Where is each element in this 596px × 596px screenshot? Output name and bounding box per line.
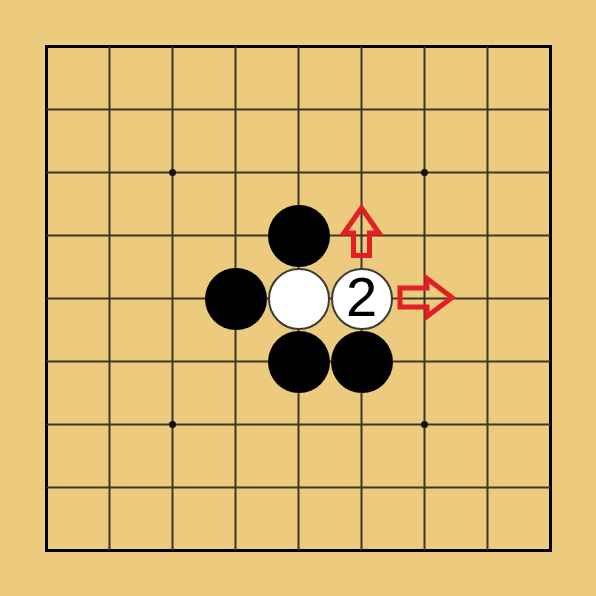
intersection-c6-r8[interactable] (393, 519, 456, 582)
intersection-c0-r2[interactable] (15, 141, 78, 204)
intersection-c6-r6[interactable] (393, 393, 456, 456)
stone-black (268, 205, 330, 267)
intersection-c2-r5[interactable] (141, 330, 204, 393)
intersection-c0-r6[interactable] (15, 393, 78, 456)
intersection-c7-r5[interactable] (456, 330, 519, 393)
intersection-c1-r7[interactable] (78, 456, 141, 519)
intersection-c5-r7[interactable] (330, 456, 393, 519)
intersection-c3-r3[interactable] (204, 204, 267, 267)
intersection-c8-r4[interactable] (519, 267, 582, 330)
stone-black (331, 331, 393, 393)
intersection-c0-r7[interactable] (15, 456, 78, 519)
intersection-c8-r6[interactable] (519, 393, 582, 456)
intersection-c1-r0[interactable] (78, 15, 141, 78)
go-board[interactable]: 2 (15, 15, 582, 582)
intersection-c5-r1[interactable] (330, 78, 393, 141)
intersection-c2-r4[interactable] (141, 267, 204, 330)
intersection-c2-r1[interactable] (141, 78, 204, 141)
intersection-c5-r8[interactable] (330, 519, 393, 582)
intersection-c8-r7[interactable] (519, 456, 582, 519)
intersection-c8-r5[interactable] (519, 330, 582, 393)
intersection-c0-r5[interactable] (15, 330, 78, 393)
stone-white-2: 2 (331, 268, 393, 330)
intersection-c1-r2[interactable] (78, 141, 141, 204)
intersection-c6-r1[interactable] (393, 78, 456, 141)
intersection-c6-r4[interactable] (393, 267, 456, 330)
intersection-c0-r3[interactable] (15, 204, 78, 267)
stone-black (268, 331, 330, 393)
intersection-c4-r2[interactable] (267, 141, 330, 204)
intersection-c4-r3[interactable] (267, 204, 330, 267)
intersection-c3-r4[interactable] (204, 267, 267, 330)
intersection-c2-r2[interactable] (141, 141, 204, 204)
intersection-c2-r6[interactable] (141, 393, 204, 456)
intersection-c0-r1[interactable] (15, 78, 78, 141)
intersection-c7-r1[interactable] (456, 78, 519, 141)
intersection-c1-r5[interactable] (78, 330, 141, 393)
intersection-c0-r8[interactable] (15, 519, 78, 582)
stone-white (268, 268, 330, 330)
intersection-c7-r7[interactable] (456, 456, 519, 519)
intersection-c2-r3[interactable] (141, 204, 204, 267)
intersection-c0-r0[interactable] (15, 15, 78, 78)
intersection-c8-r8[interactable] (519, 519, 582, 582)
intersection-c1-r4[interactable] (78, 267, 141, 330)
intersection-c3-r6[interactable] (204, 393, 267, 456)
move-number-label: 2 (346, 269, 377, 325)
intersection-c6-r2[interactable] (393, 141, 456, 204)
intersection-c7-r0[interactable] (456, 15, 519, 78)
stone-black (205, 268, 267, 330)
intersection-c4-r0[interactable] (267, 15, 330, 78)
intersection-c3-r7[interactable] (204, 456, 267, 519)
intersection-c6-r3[interactable] (393, 204, 456, 267)
intersection-c7-r4[interactable] (456, 267, 519, 330)
intersection-c2-r8[interactable] (141, 519, 204, 582)
intersection-c6-r0[interactable] (393, 15, 456, 78)
intersection-c3-r5[interactable] (204, 330, 267, 393)
intersection-c5-r0[interactable] (330, 15, 393, 78)
intersection-c2-r0[interactable] (141, 15, 204, 78)
intersection-c3-r0[interactable] (204, 15, 267, 78)
intersection-c3-r2[interactable] (204, 141, 267, 204)
intersection-c5-r6[interactable] (330, 393, 393, 456)
intersection-c3-r1[interactable] (204, 78, 267, 141)
intersection-c7-r6[interactable] (456, 393, 519, 456)
intersection-c6-r5[interactable] (393, 330, 456, 393)
intersection-c7-r3[interactable] (456, 204, 519, 267)
intersection-c4-r1[interactable] (267, 78, 330, 141)
intersection-c1-r6[interactable] (78, 393, 141, 456)
intersection-c4-r7[interactable] (267, 456, 330, 519)
intersection-c8-r1[interactable] (519, 78, 582, 141)
arrow-up-icon (330, 204, 393, 267)
intersection-c5-r5[interactable] (330, 330, 393, 393)
intersection-c8-r2[interactable] (519, 141, 582, 204)
intersection-c1-r3[interactable] (78, 204, 141, 267)
intersection-c1-r1[interactable] (78, 78, 141, 141)
intersection-c7-r2[interactable] (456, 141, 519, 204)
intersection-c4-r4[interactable] (267, 267, 330, 330)
intersection-c3-r8[interactable] (204, 519, 267, 582)
intersection-c4-r8[interactable] (267, 519, 330, 582)
intersection-c2-r7[interactable] (141, 456, 204, 519)
intersection-c8-r0[interactable] (519, 15, 582, 78)
intersection-c1-r8[interactable] (78, 519, 141, 582)
intersection-c4-r5[interactable] (267, 330, 330, 393)
intersection-c0-r4[interactable] (15, 267, 78, 330)
intersection-c5-r3[interactable] (330, 204, 393, 267)
intersection-c7-r8[interactable] (456, 519, 519, 582)
intersection-c5-r2[interactable] (330, 141, 393, 204)
intersection-c8-r3[interactable] (519, 204, 582, 267)
intersection-c4-r6[interactable] (267, 393, 330, 456)
intersection-c6-r7[interactable] (393, 456, 456, 519)
go-diagram: 2 (0, 0, 596, 596)
intersection-c5-r4[interactable]: 2 (330, 267, 393, 330)
arrow-right-icon (393, 267, 456, 330)
